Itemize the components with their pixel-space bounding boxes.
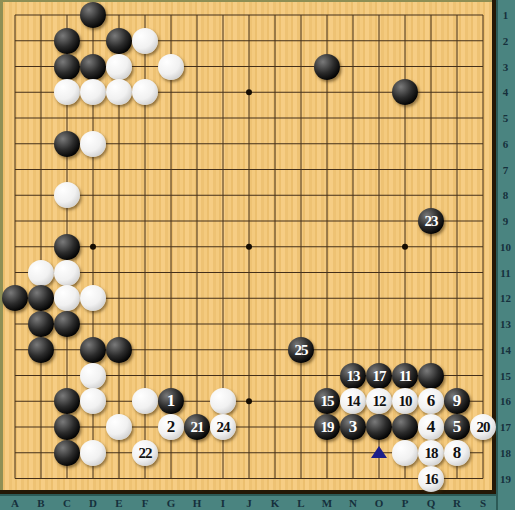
stone-black-D14 bbox=[80, 337, 106, 363]
stone-black-E2 bbox=[106, 28, 132, 54]
stone-white-O16-move-12: 12 bbox=[366, 388, 392, 414]
column-label-A: A bbox=[2, 497, 28, 510]
move-number: 20 bbox=[470, 414, 496, 440]
stone-black-C10 bbox=[54, 234, 80, 260]
column-label-Q: Q bbox=[418, 497, 444, 510]
move-number: 11 bbox=[392, 363, 418, 389]
stone-black-Q9-move-23: 23 bbox=[418, 208, 444, 234]
row-label-2: 2 bbox=[496, 34, 515, 48]
stone-black-B13 bbox=[28, 311, 54, 337]
move-number: 15 bbox=[314, 388, 340, 414]
stone-white-Q17-move-4: 4 bbox=[418, 414, 444, 440]
stone-white-Q18-move-18: 18 bbox=[418, 440, 444, 466]
column-label-K: K bbox=[262, 497, 288, 510]
column-label-L: L bbox=[288, 497, 314, 510]
stone-black-E14 bbox=[106, 337, 132, 363]
row-label-4: 4 bbox=[496, 85, 515, 99]
stone-black-R16-move-9: 9 bbox=[444, 388, 470, 414]
stone-white-Q16-move-6: 6 bbox=[418, 388, 444, 414]
row-labels-strip: 12345678910111213141516171819 bbox=[496, 0, 515, 510]
stone-white-G17-move-2: 2 bbox=[158, 414, 184, 440]
row-label-14: 14 bbox=[496, 343, 515, 357]
stone-black-M16-move-15: 15 bbox=[314, 388, 340, 414]
move-number: 5 bbox=[444, 414, 470, 440]
column-label-M: M bbox=[314, 497, 340, 510]
move-number: 6 bbox=[418, 388, 444, 414]
stone-black-N15-move-13: 13 bbox=[340, 363, 366, 389]
stone-white-G3 bbox=[158, 54, 184, 80]
row-label-1: 1 bbox=[496, 8, 515, 22]
column-labels-strip: ABCDEFGHIJKLMNOPQRS bbox=[0, 494, 496, 510]
stone-white-D15 bbox=[80, 363, 106, 389]
column-label-C: C bbox=[54, 497, 80, 510]
move-number: 9 bbox=[444, 388, 470, 414]
stone-black-Q15 bbox=[418, 363, 444, 389]
column-label-I: I bbox=[210, 497, 236, 510]
stone-black-C3 bbox=[54, 54, 80, 80]
stone-white-P16-move-10: 10 bbox=[392, 388, 418, 414]
column-label-S: S bbox=[470, 497, 496, 510]
row-label-13: 13 bbox=[496, 317, 515, 331]
stone-black-C2 bbox=[54, 28, 80, 54]
move-number: 8 bbox=[444, 440, 470, 466]
stone-black-P15-move-11: 11 bbox=[392, 363, 418, 389]
stone-black-C17 bbox=[54, 414, 80, 440]
stone-white-D18 bbox=[80, 440, 106, 466]
move-number: 12 bbox=[366, 388, 392, 414]
stone-white-P18 bbox=[392, 440, 418, 466]
stone-white-Q19-move-16: 16 bbox=[418, 466, 444, 492]
column-label-N: N bbox=[340, 497, 366, 510]
column-label-J: J bbox=[236, 497, 262, 510]
column-label-G: G bbox=[158, 497, 184, 510]
row-label-9: 9 bbox=[496, 214, 515, 228]
go-diagram: 2325131711115141210692212419345202218816… bbox=[0, 0, 515, 510]
move-number: 17 bbox=[366, 363, 392, 389]
stone-white-R18-move-8: 8 bbox=[444, 440, 470, 466]
column-label-R: R bbox=[444, 497, 470, 510]
column-label-D: D bbox=[80, 497, 106, 510]
triangle-marker-O18 bbox=[371, 446, 387, 458]
move-number: 4 bbox=[418, 414, 444, 440]
go-board[interactable]: 2325131711115141210692212419345202218816 bbox=[0, 0, 496, 494]
stone-white-C11 bbox=[54, 260, 80, 286]
stone-black-B14 bbox=[28, 337, 54, 363]
stone-white-F18-move-22: 22 bbox=[132, 440, 158, 466]
stone-white-B11 bbox=[28, 260, 54, 286]
column-label-O: O bbox=[366, 497, 392, 510]
row-label-6: 6 bbox=[496, 137, 515, 151]
move-number: 2 bbox=[158, 414, 184, 440]
stone-black-P17 bbox=[392, 414, 418, 440]
stone-black-C18 bbox=[54, 440, 80, 466]
row-label-19: 19 bbox=[496, 472, 515, 486]
column-label-F: F bbox=[132, 497, 158, 510]
stone-white-S17-move-20: 20 bbox=[470, 414, 496, 440]
row-label-12: 12 bbox=[496, 291, 515, 305]
stone-black-G16-move-1: 1 bbox=[158, 388, 184, 414]
column-label-H: H bbox=[184, 497, 210, 510]
row-label-7: 7 bbox=[496, 163, 515, 177]
move-number: 21 bbox=[184, 414, 210, 440]
stone-white-E3 bbox=[106, 54, 132, 80]
move-number: 1 bbox=[158, 388, 184, 414]
move-number: 13 bbox=[340, 363, 366, 389]
column-label-P: P bbox=[392, 497, 418, 510]
stone-black-N17-move-3: 3 bbox=[340, 414, 366, 440]
move-number: 3 bbox=[340, 414, 366, 440]
stone-black-D3 bbox=[80, 54, 106, 80]
stone-white-E17 bbox=[106, 414, 132, 440]
board-shadow bbox=[0, 494, 496, 496]
stone-black-R17-move-5: 5 bbox=[444, 414, 470, 440]
stone-black-C13 bbox=[54, 311, 80, 337]
stone-white-D6 bbox=[80, 131, 106, 157]
move-number: 10 bbox=[392, 388, 418, 414]
stone-white-F2 bbox=[132, 28, 158, 54]
row-label-8: 8 bbox=[496, 188, 515, 202]
column-label-E: E bbox=[106, 497, 132, 510]
row-label-5: 5 bbox=[496, 111, 515, 125]
row-label-15: 15 bbox=[496, 369, 515, 383]
move-number: 14 bbox=[340, 388, 366, 414]
row-label-3: 3 bbox=[496, 60, 515, 74]
stone-black-H17-move-21: 21 bbox=[184, 414, 210, 440]
row-label-18: 18 bbox=[496, 446, 515, 460]
stone-black-M3 bbox=[314, 54, 340, 80]
row-label-17: 17 bbox=[496, 420, 515, 434]
row-label-10: 10 bbox=[496, 240, 515, 254]
row-label-16: 16 bbox=[496, 394, 515, 408]
stone-white-N16-move-14: 14 bbox=[340, 388, 366, 414]
move-number: 18 bbox=[418, 440, 444, 466]
move-number: 22 bbox=[132, 440, 158, 466]
move-number: 19 bbox=[314, 414, 340, 440]
stone-black-O15-move-17: 17 bbox=[366, 363, 392, 389]
row-label-11: 11 bbox=[496, 266, 515, 280]
column-label-B: B bbox=[28, 497, 54, 510]
stone-black-M17-move-19: 19 bbox=[314, 414, 340, 440]
move-number: 16 bbox=[418, 466, 444, 492]
move-number: 24 bbox=[210, 414, 236, 440]
stone-black-C6 bbox=[54, 131, 80, 157]
move-number: 25 bbox=[288, 337, 314, 363]
move-number: 23 bbox=[418, 208, 444, 234]
stone-black-D1 bbox=[80, 2, 106, 28]
stone-white-I17-move-24: 24 bbox=[210, 414, 236, 440]
stone-black-L14-move-25: 25 bbox=[288, 337, 314, 363]
stone-black-O17 bbox=[366, 414, 392, 440]
